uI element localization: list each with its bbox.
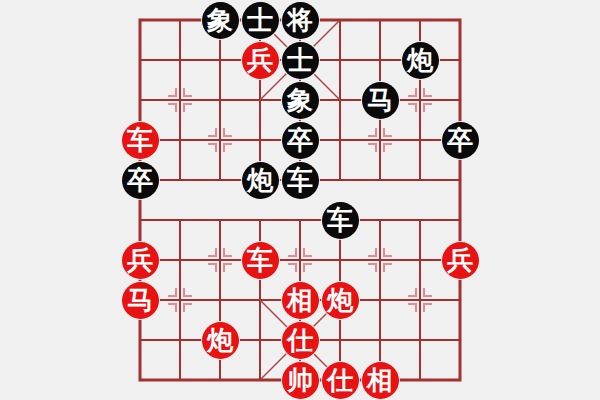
piece-red-general[interactable]: 帅 xyxy=(282,362,319,399)
piece-red-cannon[interactable]: 炮 xyxy=(202,322,239,359)
piece-red-chariot[interactable]: 车 xyxy=(122,122,159,159)
piece-red-advisor[interactable]: 仕 xyxy=(322,362,359,399)
piece-black-soldier[interactable]: 卒 xyxy=(282,122,319,159)
piece-black-soldier[interactable]: 卒 xyxy=(122,162,159,199)
piece-red-cannon[interactable]: 炮 xyxy=(322,282,359,319)
piece-red-soldier[interactable]: 兵 xyxy=(242,42,279,79)
piece-red-horse[interactable]: 马 xyxy=(122,282,159,319)
piece-black-elephant[interactable]: 象 xyxy=(202,2,239,39)
piece-black-chariot[interactable]: 车 xyxy=(282,162,319,199)
piece-black-soldier[interactable]: 卒 xyxy=(442,122,479,159)
piece-red-elephant[interactable]: 相 xyxy=(282,282,319,319)
xiangqi-app: 象士将兵士炮象马车卒卒卒炮车车兵车兵马相炮炮仕帅仕相 xyxy=(0,0,600,400)
xiangqi-board[interactable]: 象士将兵士炮象马车卒卒卒炮车车兵车兵马相炮炮仕帅仕相 xyxy=(0,0,600,400)
piece-red-soldier[interactable]: 兵 xyxy=(442,242,479,279)
piece-black-cannon[interactable]: 炮 xyxy=(402,42,439,79)
piece-red-elephant[interactable]: 相 xyxy=(362,362,399,399)
piece-red-soldier[interactable]: 兵 xyxy=(122,242,159,279)
piece-red-chariot[interactable]: 车 xyxy=(242,242,279,279)
piece-black-general[interactable]: 将 xyxy=(282,2,319,39)
piece-black-advisor[interactable]: 士 xyxy=(242,2,279,39)
piece-black-advisor[interactable]: 士 xyxy=(282,42,319,79)
piece-black-horse[interactable]: 马 xyxy=(362,82,399,119)
piece-red-advisor[interactable]: 仕 xyxy=(282,322,319,359)
piece-black-cannon[interactable]: 炮 xyxy=(242,162,279,199)
piece-black-elephant[interactable]: 象 xyxy=(282,82,319,119)
piece-black-chariot[interactable]: 车 xyxy=(322,202,359,239)
